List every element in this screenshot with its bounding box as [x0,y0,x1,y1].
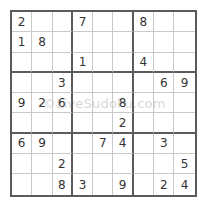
given-digit: 9 [38,136,46,150]
cell-r4c2[interactable] [32,73,52,93]
cell-r6c6[interactable]: 2 [113,113,133,133]
cell-r1c4[interactable]: 7 [73,12,93,32]
cell-r7c5[interactable]: 7 [93,134,113,154]
cell-r6c4[interactable] [73,113,93,133]
given-digit: 3 [79,178,87,192]
cell-r7c4[interactable] [73,134,93,154]
cell-r6c9[interactable] [174,113,194,133]
given-digit: 1 [18,35,26,49]
cell-r8c5[interactable] [93,154,113,174]
cell-r5c4[interactable] [73,93,93,113]
cell-r7c6[interactable]: 4 [113,134,133,154]
cell-r9c9[interactable]: 4 [174,174,194,194]
cell-r6c1[interactable] [12,113,32,133]
cell-r6c8[interactable] [154,113,174,133]
cell-r8c7[interactable] [134,154,154,174]
cell-r3c4[interactable]: 1 [73,53,93,73]
cell-r8c6[interactable] [113,154,133,174]
cell-r2c3[interactable] [53,32,73,52]
cell-r7c9[interactable] [174,134,194,154]
cell-r1c7[interactable]: 8 [134,12,154,32]
given-digit: 8 [58,178,66,192]
cell-r5c3[interactable]: 6 [53,93,73,113]
cell-r7c2[interactable]: 9 [32,134,52,154]
cell-r6c5[interactable] [93,113,113,133]
cell-r2c1[interactable]: 1 [12,32,32,52]
given-digit: 6 [160,76,168,90]
cell-r7c7[interactable] [134,134,154,154]
cell-r1c2[interactable] [32,12,52,32]
cell-r7c1[interactable]: 6 [12,134,32,154]
given-digit: 2 [58,157,66,171]
cell-r5c7[interactable] [134,93,154,113]
cell-r8c9[interactable]: 5 [174,154,194,174]
given-digit: 4 [119,136,127,150]
cell-r5c2[interactable]: 2 [32,93,52,113]
cell-r2c9[interactable] [174,32,194,52]
given-digit: 2 [119,116,127,130]
cell-r2c8[interactable] [154,32,174,52]
given-digit: 2 [18,15,26,29]
given-digit: 6 [58,96,66,110]
cell-r8c3[interactable]: 2 [53,154,73,174]
cell-r5c8[interactable] [154,93,174,113]
cell-r3c5[interactable] [93,53,113,73]
given-digit: 4 [181,178,189,192]
cell-r2c4[interactable] [73,32,93,52]
given-digit: 4 [140,55,148,69]
cell-r4c5[interactable] [93,73,113,93]
cell-r2c6[interactable] [113,32,133,52]
given-digit: 1 [79,55,87,69]
cell-r9c5[interactable] [93,174,113,194]
given-digit: 9 [18,96,26,110]
cell-r9c8[interactable]: 2 [154,174,174,194]
cell-r6c7[interactable] [134,113,154,133]
cell-r9c1[interactable] [12,174,32,194]
cell-r6c2[interactable] [32,113,52,133]
cell-r8c2[interactable] [32,154,52,174]
given-digit: 2 [160,178,168,192]
cell-r9c4[interactable]: 3 [73,174,93,194]
cell-r1c6[interactable] [113,12,133,32]
cell-r4c8[interactable]: 6 [154,73,174,93]
cell-r4c3[interactable]: 3 [53,73,73,93]
cell-r5c6[interactable]: 8 [113,93,133,113]
cell-r4c7[interactable] [134,73,154,93]
given-digit: 3 [58,76,66,90]
cell-r9c2[interactable] [32,174,52,194]
cell-r1c3[interactable] [53,12,73,32]
cell-r8c1[interactable] [12,154,32,174]
cell-r5c1[interactable]: 9 [12,93,32,113]
cell-r6c3[interactable] [53,113,73,133]
given-digit: 9 [181,76,189,90]
cell-r3c2[interactable] [32,53,52,73]
cell-r3c8[interactable] [154,53,174,73]
cell-r2c2[interactable]: 8 [32,32,52,52]
given-digit: 8 [119,96,127,110]
cell-r8c4[interactable] [73,154,93,174]
cell-r9c3[interactable]: 8 [53,174,73,194]
cell-r5c9[interactable] [174,93,194,113]
given-digit: 6 [18,136,26,150]
cell-r5c5[interactable] [93,93,113,113]
cell-r9c7[interactable] [134,174,154,194]
given-digit: 9 [119,178,127,192]
cell-r8c8[interactable] [154,154,174,174]
cell-r3c1[interactable] [12,53,32,73]
cell-r9c6[interactable]: 9 [113,174,133,194]
cell-r2c5[interactable] [93,32,113,52]
board-cells: 278181436992682697432583924 [12,12,195,195]
cell-r3c9[interactable] [174,53,194,73]
cell-r3c7[interactable]: 4 [134,53,154,73]
cell-r2c7[interactable] [134,32,154,52]
sudoku-board: ©LiveSudoku.com 278181436992682697432583… [10,10,197,197]
given-digit: 2 [38,96,46,110]
cell-r4c1[interactable] [12,73,32,93]
given-digit: 7 [79,15,87,29]
given-digit: 7 [99,136,107,150]
cell-r1c1[interactable]: 2 [12,12,32,32]
cell-r3c6[interactable] [113,53,133,73]
given-digit: 5 [181,157,189,171]
cell-r4c9[interactable]: 9 [174,73,194,93]
given-digit: 3 [160,136,168,150]
cell-r7c3[interactable] [53,134,73,154]
cell-r4c6[interactable] [113,73,133,93]
cell-r3c3[interactable] [53,53,73,73]
cell-r7c8[interactable]: 3 [154,134,174,154]
cell-r1c9[interactable] [174,12,194,32]
given-digit: 8 [140,15,148,29]
cell-r1c5[interactable] [93,12,113,32]
cell-r4c4[interactable] [73,73,93,93]
given-digit: 8 [38,35,46,49]
cell-r1c8[interactable] [154,12,174,32]
